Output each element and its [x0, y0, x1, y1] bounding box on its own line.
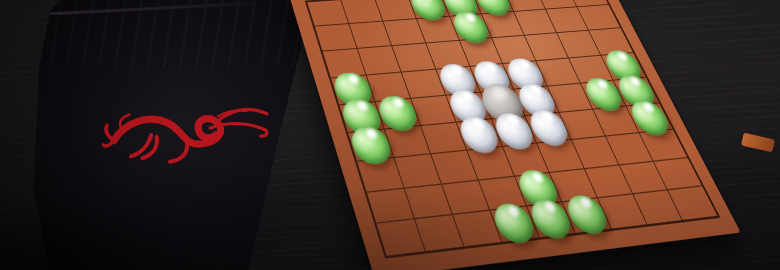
bag-folds	[28, 0, 306, 67]
tafl-grid: ●●●●●○○○●●●○●○●●●○○○●●●●●	[305, 0, 721, 259]
dragon-emblem-icon	[96, 96, 276, 176]
velvet-bag	[28, 0, 306, 270]
tafl-board-cloth: ●●●●●○○○●●●○●○●●●○○○●●●●●	[288, 0, 741, 270]
photo-scene: ●●●●●○○○●●●○●○●●●○○○●●●●●	[0, 0, 780, 270]
cloth-tie-tassel	[741, 133, 775, 153]
